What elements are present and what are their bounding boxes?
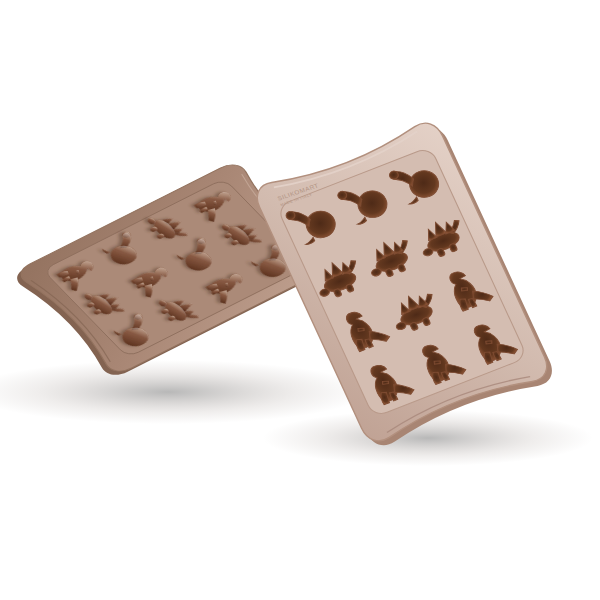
product-photo-scene: SILIKOMART MADE IN ITALY [0,0,600,600]
photo-canvas: SILIKOMART MADE IN ITALY [0,0,600,600]
shadow-back-mold [0,360,368,424]
